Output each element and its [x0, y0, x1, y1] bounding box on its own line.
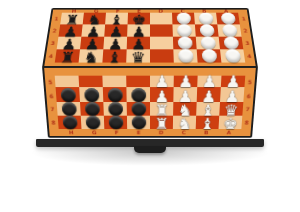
checker-white[interactable] — [201, 49, 217, 62]
square-a4[interactable] — [220, 49, 245, 62]
checker-white[interactable] — [178, 49, 193, 62]
square-d7[interactable]: ♜ — [150, 102, 173, 116]
checker-black[interactable] — [84, 102, 99, 116]
board-clasp-tab — [134, 146, 166, 153]
square-h3[interactable]: ♟ — [57, 37, 82, 50]
rank-label-6: 6 — [49, 93, 54, 99]
square-c4[interactable] — [173, 49, 197, 62]
square-h2[interactable]: ♟ — [58, 24, 82, 36]
rank-label-8: 8 — [51, 120, 55, 125]
checker-black[interactable] — [107, 88, 122, 102]
checker-white[interactable] — [223, 37, 239, 50]
square-g7[interactable] — [80, 102, 104, 116]
square-f5[interactable] — [102, 76, 126, 88]
checker-white[interactable] — [220, 13, 235, 25]
square-d6[interactable]: ♟ — [150, 87, 174, 101]
board-top-mid: 1234 ♜♞♝♚♟♟♟♟♟♟♟♟♜♞♝♛ 1234 — [45, 13, 255, 63]
checker-white[interactable] — [224, 49, 240, 62]
board-bottom-half: 5678 ♟♟♟♟♟♟♟♟♜♞♝♛♜♞♝♚ 5678 HGFEDCBA — [42, 66, 258, 138]
square-b2[interactable] — [195, 24, 219, 36]
file-label-f: F — [115, 130, 119, 135]
square-b4[interactable] — [197, 49, 222, 62]
square-g8[interactable] — [81, 115, 105, 129]
checker-black[interactable] — [60, 88, 76, 102]
square-b5[interactable]: ♟ — [197, 76, 221, 88]
rank-label-8: 8 — [244, 120, 248, 125]
square-e7[interactable] — [127, 102, 150, 116]
square-f7[interactable] — [103, 102, 127, 116]
checker-white[interactable] — [177, 37, 192, 50]
square-g4[interactable]: ♞ — [79, 49, 104, 62]
square-a3[interactable] — [219, 37, 244, 50]
square-c6[interactable]: ♟ — [173, 87, 197, 101]
square-h8[interactable] — [58, 115, 82, 129]
checker-black[interactable] — [84, 88, 99, 102]
rank-label-5: 5 — [247, 80, 252, 86]
rank-label-2: 2 — [52, 28, 57, 33]
square-e6[interactable] — [126, 87, 150, 101]
square-g2[interactable]: ♟ — [81, 24, 105, 36]
rank-label-3: 3 — [245, 40, 250, 45]
file-label-e: E — [137, 130, 141, 135]
board-grid-top: ♜♞♝♚♟♟♟♟♟♟♟♟♜♞♝♛ — [55, 13, 245, 63]
square-d5[interactable]: ♟ — [150, 76, 174, 88]
piece-black-queen[interactable]: ♛ — [131, 52, 146, 64]
checker-white[interactable] — [198, 13, 213, 25]
piece-black-bishop[interactable]: ♝ — [107, 52, 123, 64]
checker-white[interactable] — [176, 13, 191, 25]
checker-black[interactable] — [131, 88, 146, 102]
square-d1[interactable] — [150, 13, 172, 25]
rank-label-1: 1 — [241, 16, 246, 21]
piece-black-knight[interactable]: ♞ — [83, 52, 99, 64]
square-c5[interactable]: ♟ — [174, 76, 198, 88]
checker-black[interactable] — [61, 102, 76, 116]
piece-white-rook[interactable]: ♜ — [154, 118, 169, 130]
square-d3[interactable] — [150, 37, 173, 50]
square-b3[interactable] — [196, 37, 220, 50]
checker-white[interactable] — [200, 37, 216, 50]
square-a2[interactable] — [217, 24, 241, 36]
square-f2[interactable]: ♟ — [104, 24, 127, 36]
square-e8[interactable] — [127, 115, 150, 129]
square-c7[interactable]: ♞ — [173, 102, 197, 116]
square-a1[interactable] — [216, 13, 240, 25]
file-label-h: H — [69, 130, 74, 135]
rank-label-6: 6 — [246, 93, 251, 99]
rank-label-5: 5 — [48, 80, 53, 86]
piece-white-bishop[interactable]: ♝ — [200, 118, 215, 130]
checker-black[interactable] — [62, 116, 77, 129]
checker-black[interactable] — [85, 116, 100, 129]
square-a6[interactable]: ♟ — [220, 87, 244, 101]
square-a7[interactable]: ♛ — [219, 102, 243, 116]
square-c8[interactable]: ♞ — [173, 115, 196, 129]
piece-white-knight[interactable]: ♞ — [177, 118, 192, 130]
checker-white[interactable] — [222, 24, 238, 36]
rank-label-7: 7 — [50, 107, 54, 112]
square-d8[interactable]: ♜ — [150, 115, 173, 129]
square-e4[interactable]: ♛ — [126, 49, 150, 62]
file-label-g: G — [92, 130, 97, 135]
rank-label-4: 4 — [247, 53, 252, 58]
square-g5[interactable] — [79, 76, 103, 88]
square-b7[interactable]: ♝ — [196, 102, 220, 116]
rank-label-1: 1 — [54, 16, 59, 21]
square-g6[interactable] — [79, 87, 103, 101]
square-f4[interactable]: ♝ — [102, 49, 126, 62]
square-a5[interactable]: ♟ — [221, 76, 245, 88]
square-e5[interactable] — [126, 76, 150, 88]
checker-black[interactable] — [131, 116, 145, 129]
square-b8[interactable]: ♝ — [196, 115, 220, 129]
rank-label-7: 7 — [245, 107, 249, 112]
checker-white[interactable] — [199, 24, 214, 36]
rank-label-4: 4 — [48, 53, 53, 58]
checker-white[interactable] — [177, 24, 192, 36]
square-f8[interactable] — [104, 115, 127, 129]
square-a8[interactable]: ♚ — [219, 115, 243, 129]
rank-label-2: 2 — [243, 28, 248, 33]
board-top-half: HGFEDCBA 1234 ♜♞♝♚♟♟♟♟♟♟♟♟♜♞♝♛ 1234 — [42, 8, 258, 68]
square-h5[interactable] — [55, 76, 79, 88]
square-c3[interactable] — [173, 37, 197, 50]
checker-black[interactable] — [108, 102, 123, 116]
square-e3[interactable]: ♟ — [127, 37, 150, 50]
square-h7[interactable] — [57, 102, 81, 116]
square-d4[interactable] — [150, 49, 174, 62]
square-g3[interactable]: ♟ — [80, 37, 104, 50]
square-f3[interactable]: ♟ — [103, 37, 127, 50]
square-b6[interactable]: ♟ — [197, 87, 221, 101]
piece-black-rook[interactable]: ♜ — [59, 52, 75, 64]
board-bottom-mid: 5678 ♟♟♟♟♟♟♟♟♜♞♝♛♜♞♝♚ 5678 — [45, 76, 255, 129]
square-c1[interactable] — [172, 13, 195, 25]
square-h6[interactable] — [56, 87, 80, 101]
checker-black[interactable] — [131, 102, 146, 116]
square-d2[interactable] — [150, 24, 173, 36]
board-grid-bottom: ♟♟♟♟♟♟♟♟♜♞♝♛♜♞♝♚ — [55, 76, 246, 129]
square-f6[interactable] — [103, 87, 127, 101]
piece-white-king[interactable]: ♚ — [223, 118, 238, 130]
square-h4[interactable]: ♜ — [55, 49, 80, 62]
square-c2[interactable] — [172, 24, 195, 36]
rank-label-3: 3 — [50, 40, 55, 45]
checker-black[interactable] — [108, 116, 123, 129]
square-b1[interactable] — [194, 13, 217, 25]
product-photo-stage: HGFEDCBA 1234 ♜♞♝♚♟♟♟♟♟♟♟♟♜♞♝♛ 1234 5678… — [0, 0, 300, 212]
